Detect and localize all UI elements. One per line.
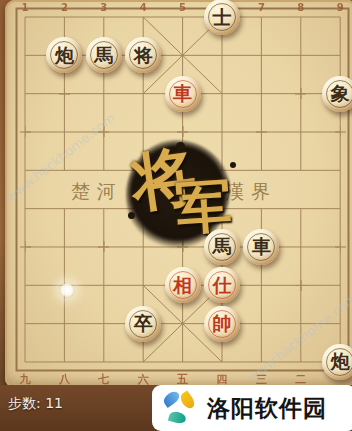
- star-point: [20, 241, 31, 252]
- piece-black-士[interactable]: 士: [204, 0, 240, 35]
- piece-ring: [247, 233, 275, 261]
- piece-ring: [208, 3, 236, 31]
- star-point: [256, 126, 267, 137]
- top-coordinate-label: 2: [52, 2, 76, 13]
- star-point: [295, 280, 306, 291]
- piece-black-馬[interactable]: 馬: [86, 37, 122, 73]
- piece-ring: [326, 80, 352, 108]
- logo-leaf-teal: [168, 410, 187, 425]
- star-point: [335, 126, 346, 137]
- top-coordinate-label: 5: [171, 2, 195, 13]
- top-coordinate-label: 4: [131, 2, 155, 13]
- top-coordinate-label: 1: [13, 2, 37, 13]
- star-point: [177, 241, 188, 252]
- star-point: [98, 126, 109, 137]
- piece-ring: [208, 233, 236, 261]
- piece-red-相[interactable]: 相: [165, 267, 201, 303]
- piece-ring: [326, 348, 352, 376]
- brand-circle-icon: [162, 390, 198, 426]
- top-coordinate-label: 3: [92, 2, 116, 13]
- piece-ring: [129, 310, 157, 338]
- logo-leaf-blue: [161, 389, 181, 408]
- piece-ring: [208, 271, 236, 299]
- piece-red-車[interactable]: 車: [165, 76, 201, 112]
- piece-red-帥[interactable]: 帥: [204, 306, 240, 342]
- brand-name: 洛阳软件园: [207, 393, 327, 424]
- piece-ring: [50, 41, 78, 69]
- star-point: [295, 88, 306, 99]
- river-label-right: 漢界: [225, 179, 277, 205]
- piece-black-卒[interactable]: 卒: [125, 306, 161, 342]
- xiangqi-board: 楚河 漢界 123456789 九八七六五四三二一 士炮馬将車象馬車相仕卒帥炮 …: [5, 0, 352, 388]
- highlight-dot: [59, 282, 75, 298]
- star-point: [177, 126, 188, 137]
- piece-ring: [169, 80, 197, 108]
- star-point: [59, 88, 70, 99]
- top-coordinate-label: 8: [289, 2, 313, 13]
- star-point: [20, 126, 31, 137]
- piece-ring: [129, 41, 157, 69]
- move-counter: 步数: 11: [8, 395, 63, 413]
- star-point: [335, 241, 346, 252]
- piece-black-炮[interactable]: 炮: [322, 344, 352, 380]
- piece-black-馬[interactable]: 馬: [204, 229, 240, 265]
- river-label-left: 楚河: [71, 179, 123, 205]
- star-point: [98, 241, 109, 252]
- brand-logo-box: 洛阳软件园: [152, 385, 352, 431]
- logo-leaf-yellow: [178, 390, 197, 410]
- piece-ring: [90, 41, 118, 69]
- piece-black-象[interactable]: 象: [322, 76, 352, 112]
- piece-ring: [169, 271, 197, 299]
- piece-ring: [208, 310, 236, 338]
- top-coordinate-label: 9: [328, 2, 352, 13]
- top-coordinate-label: 7: [249, 2, 273, 13]
